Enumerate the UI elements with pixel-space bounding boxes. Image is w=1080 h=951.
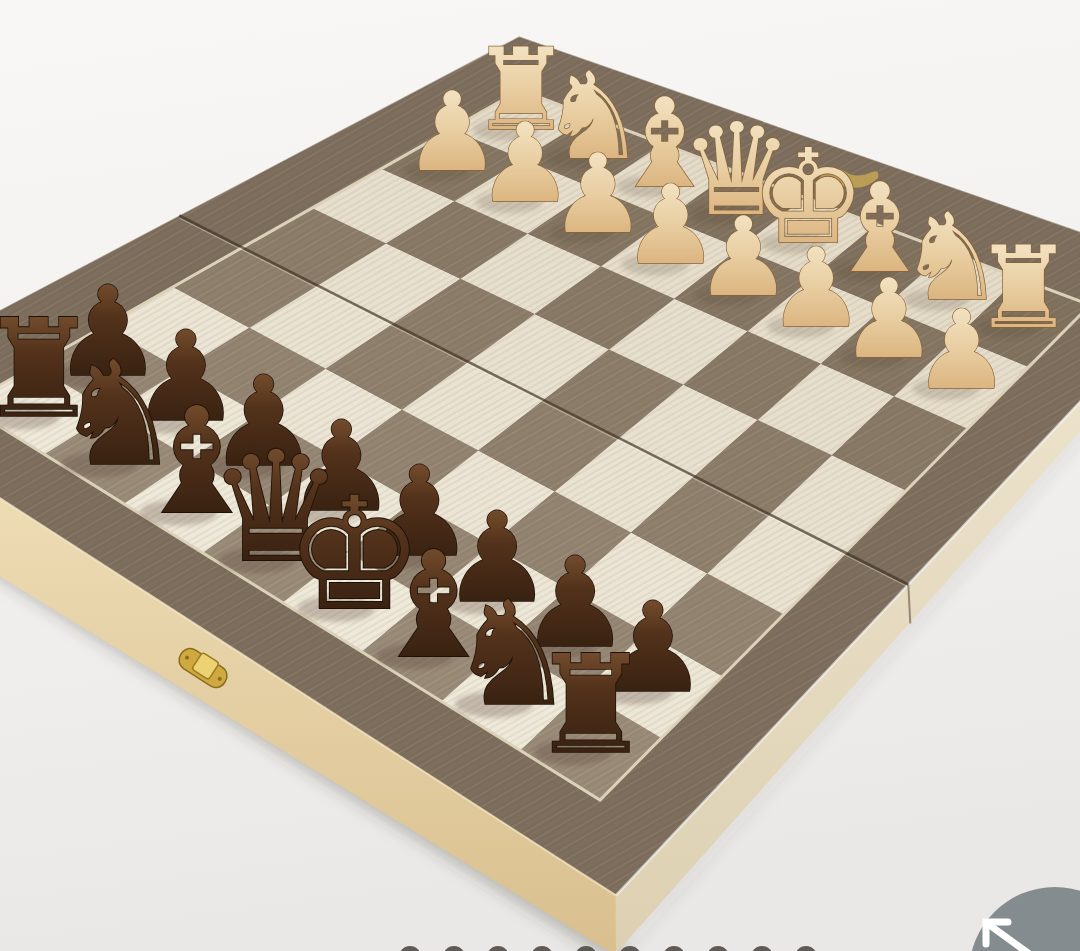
- piece-black-rook-h8: ♜: [530, 626, 652, 784]
- piece-white-pawn-h2: ♟: [913, 287, 1011, 414]
- scene-svg: ♜♞♟♝♟♛♟♚♟♝♟♞♟♜♟♟♟♜♟♞♟♟♝♟♛♟♚♟♝♟♞♜: [0, 0, 1080, 951]
- product-photo-chess-set: ♜♞♟♝♟♛♟♚♟♝♟♞♟♜♟♟♟♜♟♞♟♟♝♟♛♟♚♟♝♟♞♜: [0, 0, 1080, 951]
